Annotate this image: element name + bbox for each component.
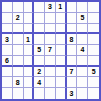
cell-r4c5[interactable] [45, 34, 56, 45]
cell-r9c9[interactable] [88, 88, 99, 99]
cell-r8c1[interactable] [2, 77, 13, 88]
given-cell-r6c1[interactable]: 6 [2, 56, 13, 67]
cell-r1c8[interactable] [77, 2, 88, 13]
cell-r2c6[interactable] [56, 13, 67, 24]
cell-r8c8[interactable] [77, 77, 88, 88]
cell-r9c2[interactable] [13, 88, 24, 99]
cell-r5c9[interactable] [88, 45, 99, 56]
cell-r4c9[interactable] [88, 34, 99, 45]
cell-r4c8[interactable] [77, 34, 88, 45]
cell-r2c7[interactable] [67, 13, 78, 24]
cell-r5c2[interactable] [13, 45, 24, 56]
cell-r6c5[interactable] [45, 56, 56, 67]
given-cell-r5c5[interactable]: 7 [45, 45, 56, 56]
cell-r9c6[interactable] [56, 88, 67, 99]
cell-r2c4[interactable] [34, 13, 45, 24]
cell-r5c3[interactable] [24, 45, 35, 56]
given-cell-r2c2[interactable]: 2 [13, 13, 24, 24]
cell-r9c8[interactable] [77, 88, 88, 99]
cell-r3c1[interactable] [2, 24, 13, 35]
cell-r1c1[interactable] [2, 2, 13, 13]
cell-r8c6[interactable] [56, 77, 67, 88]
cell-r9c3[interactable] [24, 88, 35, 99]
cell-r7c6[interactable] [56, 67, 67, 78]
cell-r8c3[interactable] [24, 77, 35, 88]
cell-r6c2[interactable] [13, 56, 24, 67]
cell-r9c5[interactable] [45, 88, 56, 99]
cell-r9c4[interactable] [34, 88, 45, 99]
given-cell-r1c5[interactable]: 3 [45, 2, 56, 13]
cell-r2c9[interactable] [88, 13, 99, 24]
cell-r4c2[interactable] [13, 34, 24, 45]
given-cell-r1c6[interactable]: 1 [56, 2, 67, 13]
cell-r3c6[interactable] [56, 24, 67, 35]
given-cell-r2c8[interactable]: 5 [77, 13, 88, 24]
cell-r9c1[interactable] [2, 88, 13, 99]
cell-r7c3[interactable] [24, 67, 35, 78]
cell-r5c7[interactable] [67, 45, 78, 56]
cell-r3c8[interactable] [77, 24, 88, 35]
given-cell-r5c8[interactable]: 4 [77, 45, 88, 56]
cell-r1c3[interactable] [24, 2, 35, 13]
cell-r2c1[interactable] [2, 13, 13, 24]
cell-r6c4[interactable] [34, 56, 45, 67]
given-cell-r7c7[interactable]: 7 [67, 67, 78, 78]
cell-r3c4[interactable] [34, 24, 45, 35]
cell-r7c5[interactable] [45, 67, 56, 78]
cell-r5c6[interactable] [56, 45, 67, 56]
cell-r1c4[interactable] [34, 2, 45, 13]
given-cell-r9c7[interactable]: 3 [67, 88, 78, 99]
cell-r6c9[interactable] [88, 56, 99, 67]
cell-r4c6[interactable] [56, 34, 67, 45]
cell-r2c5[interactable] [45, 13, 56, 24]
cell-r7c2[interactable] [13, 67, 24, 78]
given-cell-r4c1[interactable]: 3 [2, 34, 13, 45]
cell-r1c9[interactable] [88, 2, 99, 13]
cell-r8c5[interactable] [45, 77, 56, 88]
cell-r1c2[interactable] [13, 2, 24, 13]
cell-r2c3[interactable] [24, 13, 35, 24]
cell-r4c4[interactable] [34, 34, 45, 45]
given-cell-r8c2[interactable]: 8 [13, 77, 24, 88]
cell-r5c1[interactable] [2, 45, 13, 56]
given-cell-r7c4[interactable]: 2 [34, 67, 45, 78]
cell-r1c7[interactable] [67, 2, 78, 13]
cell-r3c9[interactable] [88, 24, 99, 35]
given-cell-r8c4[interactable]: 4 [34, 77, 45, 88]
cell-r3c7[interactable] [67, 24, 78, 35]
cell-r3c3[interactable] [24, 24, 35, 35]
cell-r3c5[interactable] [45, 24, 56, 35]
cell-r6c6[interactable] [56, 56, 67, 67]
cell-r8c7[interactable] [67, 77, 78, 88]
sudoku-board: 31253185746275843 [0, 0, 101, 101]
cell-r7c8[interactable] [77, 67, 88, 78]
given-cell-r4c3[interactable]: 1 [24, 34, 35, 45]
cell-r6c7[interactable] [67, 56, 78, 67]
cell-r6c8[interactable] [77, 56, 88, 67]
given-cell-r5c4[interactable]: 5 [34, 45, 45, 56]
given-cell-r4c7[interactable]: 8 [67, 34, 78, 45]
given-cell-r7c9[interactable]: 5 [88, 67, 99, 78]
cell-r7c1[interactable] [2, 67, 13, 78]
cell-r6c3[interactable] [24, 56, 35, 67]
cell-r8c9[interactable] [88, 77, 99, 88]
cell-r3c2[interactable] [13, 24, 24, 35]
